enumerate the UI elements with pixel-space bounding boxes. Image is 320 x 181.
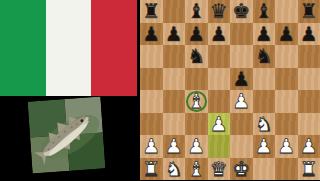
square-f2[interactable]: ♟ [253, 135, 276, 158]
piece-black-rook: ♜ [300, 0, 318, 23]
square-a8[interactable]: ♜ [140, 0, 163, 23]
piece-white-pawn: ♟ [232, 90, 250, 113]
square-a1[interactable]: ♜ [140, 158, 163, 181]
square-g8[interactable] [275, 0, 298, 23]
square-a3[interactable] [140, 113, 163, 136]
piece-black-pawn: ♟ [142, 23, 160, 46]
piece-black-pawn: ♟ [277, 23, 295, 46]
piece-white-rook: ♜ [300, 158, 318, 181]
square-d2[interactable] [208, 135, 231, 158]
flag-band-red [91, 0, 137, 96]
square-b3[interactable] [163, 113, 186, 136]
square-c2[interactable]: ♟ [185, 135, 208, 158]
square-c3[interactable] [185, 113, 208, 136]
square-b1[interactable]: ♞ [163, 158, 186, 181]
square-h3[interactable] [298, 113, 320, 136]
square-c5[interactable] [185, 68, 208, 91]
piece-black-knight: ♞ [255, 45, 273, 68]
square-e6[interactable] [230, 45, 253, 68]
fish-icon [28, 97, 106, 174]
square-a5[interactable] [140, 68, 163, 91]
piece-white-bishop: ♝ [187, 90, 205, 113]
italy-flag [0, 0, 137, 96]
piece-white-knight: ♞ [255, 113, 273, 136]
left-panel [0, 0, 140, 180]
square-f1[interactable] [253, 158, 276, 181]
square-c4[interactable]: ♝ [185, 90, 208, 113]
piece-black-pawn: ♟ [255, 23, 273, 46]
square-d3[interactable]: ♟ [208, 113, 231, 136]
square-b4[interactable] [163, 90, 186, 113]
square-g3[interactable] [275, 113, 298, 136]
square-f6[interactable]: ♞ [253, 45, 276, 68]
square-h1[interactable]: ♜ [298, 158, 320, 181]
piece-black-pawn: ♟ [210, 23, 228, 46]
square-g2[interactable]: ♟ [275, 135, 298, 158]
piece-black-knight: ♞ [187, 45, 205, 68]
piece-black-bishop: ♝ [187, 0, 205, 23]
square-e1[interactable]: ♚ [230, 158, 253, 181]
piece-white-pawn: ♟ [277, 135, 295, 158]
square-c7[interactable]: ♟ [185, 23, 208, 46]
fish-photo [28, 97, 106, 174]
piece-black-bishop: ♝ [255, 0, 273, 23]
square-f5[interactable] [253, 68, 276, 91]
square-g6[interactable] [275, 45, 298, 68]
square-f4[interactable] [253, 90, 276, 113]
piece-white-queen: ♛ [210, 158, 228, 181]
square-e5[interactable]: ♟ [230, 68, 253, 91]
square-h5[interactable] [298, 68, 320, 91]
square-e3[interactable] [230, 113, 253, 136]
piece-white-pawn: ♟ [210, 113, 228, 136]
square-c8[interactable]: ♝ [185, 0, 208, 23]
square-h6[interactable] [298, 45, 320, 68]
flag-band-green [0, 0, 46, 96]
square-a6[interactable] [140, 45, 163, 68]
square-e7[interactable] [230, 23, 253, 46]
square-f8[interactable]: ♝ [253, 0, 276, 23]
piece-black-pawn: ♟ [232, 68, 250, 91]
square-g5[interactable] [275, 68, 298, 91]
square-a7[interactable]: ♟ [140, 23, 163, 46]
piece-white-king: ♚ [232, 158, 250, 181]
square-h7[interactable]: ♟ [298, 23, 320, 46]
thumbnail: ♜♝♛♚♝♜♟♟♟♟♟♟♟♞♞♟♝♟♟♞♟♟♟♟♟♟♜♞♝♛♚♜ [0, 0, 320, 180]
square-h8[interactable]: ♜ [298, 0, 320, 23]
square-d7[interactable]: ♟ [208, 23, 231, 46]
square-c1[interactable]: ♝ [185, 158, 208, 181]
square-h2[interactable]: ♟ [298, 135, 320, 158]
square-d5[interactable] [208, 68, 231, 91]
square-d8[interactable]: ♛ [208, 0, 231, 23]
square-f7[interactable]: ♟ [253, 23, 276, 46]
square-d1[interactable]: ♛ [208, 158, 231, 181]
piece-white-bishop: ♝ [187, 158, 205, 181]
piece-white-pawn: ♟ [165, 135, 183, 158]
square-f3[interactable]: ♞ [253, 113, 276, 136]
square-d6[interactable] [208, 45, 231, 68]
piece-white-pawn: ♟ [187, 135, 205, 158]
piece-white-pawn: ♟ [142, 135, 160, 158]
piece-black-pawn: ♟ [165, 23, 183, 46]
piece-black-pawn: ♟ [187, 23, 205, 46]
square-b7[interactable]: ♟ [163, 23, 186, 46]
piece-white-pawn: ♟ [255, 135, 273, 158]
piece-black-pawn: ♟ [300, 23, 318, 46]
square-e4[interactable]: ♟ [230, 90, 253, 113]
square-b5[interactable] [163, 68, 186, 91]
square-d4[interactable] [208, 90, 231, 113]
square-e2[interactable] [230, 135, 253, 158]
square-h4[interactable] [298, 90, 320, 113]
flag-band-white [46, 0, 92, 96]
square-b6[interactable] [163, 45, 186, 68]
square-a2[interactable]: ♟ [140, 135, 163, 158]
square-g7[interactable]: ♟ [275, 23, 298, 46]
square-b8[interactable] [163, 0, 186, 23]
piece-white-knight: ♞ [165, 158, 183, 181]
square-g1[interactable] [275, 158, 298, 181]
square-b2[interactable]: ♟ [163, 135, 186, 158]
piece-black-queen: ♛ [210, 0, 228, 23]
chess-board[interactable]: ♜♝♛♚♝♜♟♟♟♟♟♟♟♞♞♟♝♟♟♞♟♟♟♟♟♟♜♞♝♛♚♜ [140, 0, 320, 180]
piece-white-pawn: ♟ [300, 135, 318, 158]
square-a4[interactable] [140, 90, 163, 113]
piece-black-king: ♚ [232, 0, 250, 23]
square-e8[interactable]: ♚ [230, 0, 253, 23]
square-g4[interactable] [275, 90, 298, 113]
square-c6[interactable]: ♞ [185, 45, 208, 68]
piece-black-rook: ♜ [142, 0, 160, 23]
piece-white-rook: ♜ [142, 158, 160, 181]
